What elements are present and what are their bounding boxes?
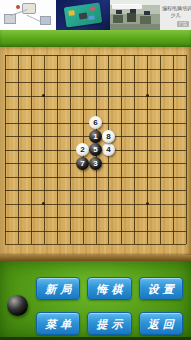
ad-text-panel: 编程电脑培训 少儿 广告 <box>160 0 191 30</box>
button-row-2: 菜单 提示 返回 <box>36 312 183 335</box>
grid-line-vertical <box>147 55 148 244</box>
back-button[interactable]: 返回 <box>139 312 183 335</box>
star-point <box>42 202 45 205</box>
ad-circuitboard-image <box>56 0 110 30</box>
star-point <box>146 202 149 205</box>
grid-line-vertical <box>173 55 174 244</box>
grid-line-horizontal <box>5 177 186 178</box>
gomoku-app-screen: { "game": "gomoku", "app_title": "五子棋", … <box>0 0 191 340</box>
ad-text-line1: 编程电脑培训 <box>162 5 189 11</box>
grid-line-horizontal <box>5 190 186 191</box>
black-stone-move-5: 5 <box>89 143 102 156</box>
control-panel: 新局 悔棋 设置 菜单 提示 返回 <box>0 261 191 340</box>
undo-button[interactable]: 悔棋 <box>87 277 131 300</box>
grid-line-horizontal <box>5 204 186 205</box>
ad-banner[interactable]: 编程电脑培训 少儿 广告 <box>0 0 191 30</box>
grid-line-vertical <box>160 55 161 244</box>
turn-indicator-black-stone <box>7 295 28 316</box>
black-stone-move-3: 3 <box>89 157 102 170</box>
grid-line-vertical <box>134 55 135 244</box>
grid-line-vertical <box>121 55 122 244</box>
white-stone-move-8: 8 <box>102 130 115 143</box>
grid-line-horizontal <box>5 231 186 232</box>
star-point <box>146 94 149 97</box>
black-stone-move-1: 1 <box>89 130 102 143</box>
black-stone-move-7: 7 <box>76 157 89 170</box>
clipart-dot <box>16 5 20 9</box>
ad-office-photo <box>110 0 160 30</box>
white-stone-move-6: 6 <box>89 116 102 129</box>
gomoku-board[interactable]: 12345678 <box>0 47 191 261</box>
settings-button[interactable]: 设置 <box>139 277 183 300</box>
white-stone-move-4: 4 <box>102 143 115 156</box>
white-stone-move-2: 2 <box>76 143 89 156</box>
clipart-box <box>22 3 36 14</box>
hint-button[interactable]: 提示 <box>87 312 131 335</box>
star-point <box>42 94 45 97</box>
top-green-bar <box>0 30 191 47</box>
clipart-box <box>40 16 51 25</box>
button-row-1: 新局 悔棋 设置 <box>36 277 183 300</box>
new-game-button[interactable]: 新局 <box>36 277 80 300</box>
grid-line-vertical <box>186 55 187 244</box>
ad-clipart-image <box>0 0 56 30</box>
ad-tag: 广告 <box>177 21 189 27</box>
grid-line-horizontal <box>5 217 186 218</box>
grid-line-horizontal <box>5 244 186 245</box>
button-grid: 新局 悔棋 设置 菜单 提示 返回 <box>36 277 183 340</box>
circuit-board <box>64 3 102 28</box>
menu-button[interactable]: 菜单 <box>36 312 80 335</box>
ad-text-line2: 少儿 <box>162 12 189 18</box>
photo-caption-overlay <box>112 4 142 9</box>
